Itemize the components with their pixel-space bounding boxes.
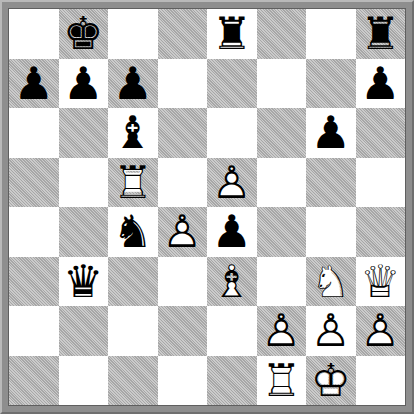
- black-pawn-e4: ♟: [207, 207, 257, 257]
- square-g2[interactable]: ♟♙: [306, 306, 356, 356]
- square-h4[interactable]: [356, 207, 406, 257]
- square-g7[interactable]: [306, 59, 356, 109]
- square-g5[interactable]: [306, 158, 356, 208]
- square-f3[interactable]: [257, 257, 307, 307]
- square-c3[interactable]: [108, 257, 158, 307]
- square-g3[interactable]: ♞♘: [306, 257, 356, 307]
- square-g1[interactable]: ♚♔: [306, 356, 356, 406]
- square-b4[interactable]: [59, 207, 109, 257]
- board-frame: ♚♜♜♟♟♟♟♝♟♜♖♟♙♞♟♙♟♛♝♗♞♘♛♕♟♙♟♙♟♙♜♖♚♔: [0, 0, 414, 414]
- square-h3[interactable]: ♛♕: [356, 257, 406, 307]
- square-b2[interactable]: [59, 306, 109, 356]
- square-f2[interactable]: ♟♙: [257, 306, 307, 356]
- black-king-b8: ♚: [59, 9, 109, 59]
- square-d2[interactable]: [158, 306, 208, 356]
- square-e4[interactable]: ♟: [207, 207, 257, 257]
- white-king-g1: ♚♔: [306, 356, 356, 406]
- white-rook-c5: ♜♖: [108, 158, 158, 208]
- square-b7[interactable]: ♟: [59, 59, 109, 109]
- square-h2[interactable]: ♟♙: [356, 306, 406, 356]
- square-e6[interactable]: [207, 108, 257, 158]
- square-e2[interactable]: [207, 306, 257, 356]
- square-e7[interactable]: [207, 59, 257, 109]
- square-e8[interactable]: ♜: [207, 9, 257, 59]
- square-c4[interactable]: ♞: [108, 207, 158, 257]
- square-h1[interactable]: [356, 356, 406, 406]
- square-c8[interactable]: [108, 9, 158, 59]
- black-knight-c4: ♞: [108, 207, 158, 257]
- square-c2[interactable]: [108, 306, 158, 356]
- square-f5[interactable]: [257, 158, 307, 208]
- square-h6[interactable]: [356, 108, 406, 158]
- white-pawn-g2: ♟♙: [306, 306, 356, 356]
- chess-board: ♚♜♜♟♟♟♟♝♟♜♖♟♙♞♟♙♟♛♝♗♞♘♛♕♟♙♟♙♟♙♜♖♚♔: [9, 9, 405, 405]
- square-a7[interactable]: ♟: [9, 59, 59, 109]
- black-rook-h8: ♜: [356, 9, 406, 59]
- black-queen-b3: ♛: [59, 257, 109, 307]
- square-a1[interactable]: [9, 356, 59, 406]
- black-pawn-h7: ♟: [356, 59, 406, 109]
- black-pawn-c7: ♟: [108, 59, 158, 109]
- white-pawn-f2: ♟♙: [257, 306, 307, 356]
- square-b1[interactable]: [59, 356, 109, 406]
- white-pawn-d4: ♟♙: [158, 207, 208, 257]
- black-bishop-c6: ♝: [108, 108, 158, 158]
- square-c5[interactable]: ♜♖: [108, 158, 158, 208]
- square-a4[interactable]: [9, 207, 59, 257]
- square-f1[interactable]: ♜♖: [257, 356, 307, 406]
- square-d1[interactable]: [158, 356, 208, 406]
- white-queen-h3: ♛♕: [356, 257, 406, 307]
- square-e1[interactable]: [207, 356, 257, 406]
- square-g6[interactable]: ♟: [306, 108, 356, 158]
- square-d3[interactable]: [158, 257, 208, 307]
- square-a2[interactable]: [9, 306, 59, 356]
- black-rook-e8: ♜: [207, 9, 257, 59]
- square-d5[interactable]: [158, 158, 208, 208]
- square-f4[interactable]: [257, 207, 307, 257]
- square-b5[interactable]: [59, 158, 109, 208]
- square-c1[interactable]: [108, 356, 158, 406]
- square-d7[interactable]: [158, 59, 208, 109]
- square-h7[interactable]: ♟: [356, 59, 406, 109]
- square-f6[interactable]: [257, 108, 307, 158]
- square-a6[interactable]: [9, 108, 59, 158]
- square-h5[interactable]: [356, 158, 406, 208]
- white-pawn-h2: ♟♙: [356, 306, 406, 356]
- square-a8[interactable]: [9, 9, 59, 59]
- square-c6[interactable]: ♝: [108, 108, 158, 158]
- square-d8[interactable]: [158, 9, 208, 59]
- square-e3[interactable]: ♝♗: [207, 257, 257, 307]
- square-h8[interactable]: ♜: [356, 9, 406, 59]
- square-b8[interactable]: ♚: [59, 9, 109, 59]
- white-pawn-e5: ♟♙: [207, 158, 257, 208]
- white-bishop-e3: ♝♗: [207, 257, 257, 307]
- square-b6[interactable]: [59, 108, 109, 158]
- black-pawn-a7: ♟: [9, 59, 59, 109]
- black-pawn-g6: ♟: [306, 108, 356, 158]
- square-f8[interactable]: [257, 9, 307, 59]
- white-rook-f1: ♜♖: [257, 356, 307, 406]
- square-d6[interactable]: [158, 108, 208, 158]
- square-a5[interactable]: [9, 158, 59, 208]
- square-b3[interactable]: ♛: [59, 257, 109, 307]
- white-knight-g3: ♞♘: [306, 257, 356, 307]
- black-pawn-b7: ♟: [59, 59, 109, 109]
- square-g8[interactable]: [306, 9, 356, 59]
- square-c7[interactable]: ♟: [108, 59, 158, 109]
- square-f7[interactable]: [257, 59, 307, 109]
- square-a3[interactable]: [9, 257, 59, 307]
- square-e5[interactable]: ♟♙: [207, 158, 257, 208]
- square-d4[interactable]: ♟♙: [158, 207, 208, 257]
- square-g4[interactable]: [306, 207, 356, 257]
